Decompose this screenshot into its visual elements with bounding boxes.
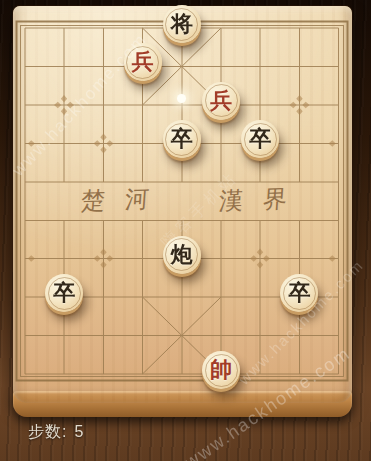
game-screen: 楚河 漢界 将兵兵卒卒炮卒卒帥 步数:5 www.hackhome.com 嗨客… bbox=[0, 0, 371, 461]
move-counter-label: 步数: bbox=[28, 423, 67, 440]
piece-glyph: 卒 bbox=[171, 128, 193, 150]
move-counter-value: 5 bbox=[74, 423, 84, 440]
piece-glyph: 将 bbox=[171, 13, 193, 35]
river-label-left: 楚河 bbox=[60, 182, 170, 218]
piece-glyph: 兵 bbox=[132, 51, 154, 73]
piece-glyph: 卒 bbox=[249, 128, 271, 150]
move-counter: 步数:5 bbox=[28, 422, 84, 443]
piece-glyph: 卒 bbox=[288, 282, 310, 304]
piece-black-general-c4r0[interactable]: 将 bbox=[163, 5, 201, 43]
piece-black-cannon-c4r6[interactable]: 炮 bbox=[163, 236, 201, 274]
river-label-right: 漢界 bbox=[198, 182, 308, 218]
piece-black-soldier-c4r3[interactable]: 卒 bbox=[163, 120, 201, 158]
piece-glyph: 炮 bbox=[171, 244, 193, 266]
piece-red-general-c5r9[interactable]: 帥 bbox=[202, 351, 240, 389]
piece-glyph: 卒 bbox=[53, 282, 75, 304]
piece-red-soldier-c5r2[interactable]: 兵 bbox=[202, 82, 240, 120]
piece-red-soldier-c3r1[interactable]: 兵 bbox=[124, 43, 162, 81]
piece-glyph: 兵 bbox=[210, 90, 232, 112]
piece-glyph: 帥 bbox=[210, 359, 232, 381]
board-grid bbox=[0, 0, 371, 461]
